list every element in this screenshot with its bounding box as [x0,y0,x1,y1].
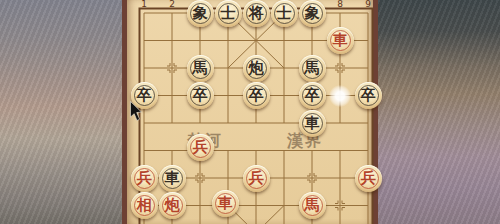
column-label-1: 1 [137,0,151,9]
piece-black-卒[interactable]: 卒 [131,82,158,109]
piece-glyph: 炮 [165,198,180,213]
piece-glyph: 兵 [193,140,208,155]
piece-glyph: 馬 [305,198,320,213]
piece-black-象[interactable]: 象 [299,0,326,27]
piece-red-車[interactable]: 車 [327,27,354,54]
piece-glyph: 象 [305,5,320,20]
background-left [0,0,122,224]
piece-glyph: 相 [137,198,152,213]
piece-red-炮[interactable]: 炮 [159,192,186,219]
piece-glyph: 炮 [249,60,264,75]
piece-glyph: 車 [333,33,348,48]
piece-black-馬[interactable]: 馬 [299,55,326,82]
piece-red-兵[interactable]: 兵 [131,165,158,192]
piece-black-炮[interactable]: 炮 [243,55,270,82]
piece-black-士[interactable]: 士 [215,0,242,27]
column-label-8: 8 [333,0,347,9]
piece-black-卒[interactable]: 卒 [299,82,326,109]
piece-glyph: 車 [218,196,233,211]
xiangqi-board[interactable]: 123456789 楚河 漢界 象士将士象車馬炮馬卒卒卒卒卒車兵兵車兵兵相炮車馬 [122,0,378,224]
piece-glyph: 兵 [249,170,264,185]
piece-red-馬[interactable]: 馬 [299,192,326,219]
piece-black-象[interactable]: 象 [187,0,214,27]
piece-glyph: 卒 [361,88,376,103]
piece-black-将[interactable]: 将 [243,0,270,27]
piece-glyph: 馬 [193,60,208,75]
piece-glyph: 兵 [137,170,152,185]
piece-black-車[interactable]: 車 [159,165,186,192]
piece-glyph: 卒 [137,88,152,103]
piece-glyph: 卒 [305,88,320,103]
piece-glyph: 車 [165,170,180,185]
xiangqi-game-screen: 123456789 楚河 漢界 象士将士象車馬炮馬卒卒卒卒卒車兵兵車兵兵相炮車馬 [0,0,500,224]
piece-glyph: 将 [249,5,264,20]
column-label-2: 2 [165,0,179,9]
piece-black-卒[interactable]: 卒 [355,82,382,109]
piece-glyph: 車 [305,115,320,130]
piece-glyph: 士 [221,5,236,20]
column-label-9: 9 [361,0,375,9]
piece-red-車[interactable]: 車 [212,190,239,217]
piece-black-卒[interactable]: 卒 [243,82,270,109]
piece-black-車[interactable]: 車 [299,110,326,137]
piece-black-卒[interactable]: 卒 [187,82,214,109]
piece-red-兵[interactable]: 兵 [187,134,214,161]
piece-black-馬[interactable]: 馬 [187,55,214,82]
piece-glyph: 兵 [361,170,376,185]
piece-glyph: 士 [277,5,292,20]
piece-black-士[interactable]: 士 [271,0,298,27]
piece-glyph: 卒 [249,88,264,103]
background-right [378,0,500,224]
piece-glyph: 馬 [305,60,320,75]
piece-red-相[interactable]: 相 [131,192,158,219]
piece-red-兵[interactable]: 兵 [355,165,382,192]
piece-glyph: 卒 [193,88,208,103]
piece-red-兵[interactable]: 兵 [243,165,270,192]
piece-glyph: 象 [193,5,208,20]
